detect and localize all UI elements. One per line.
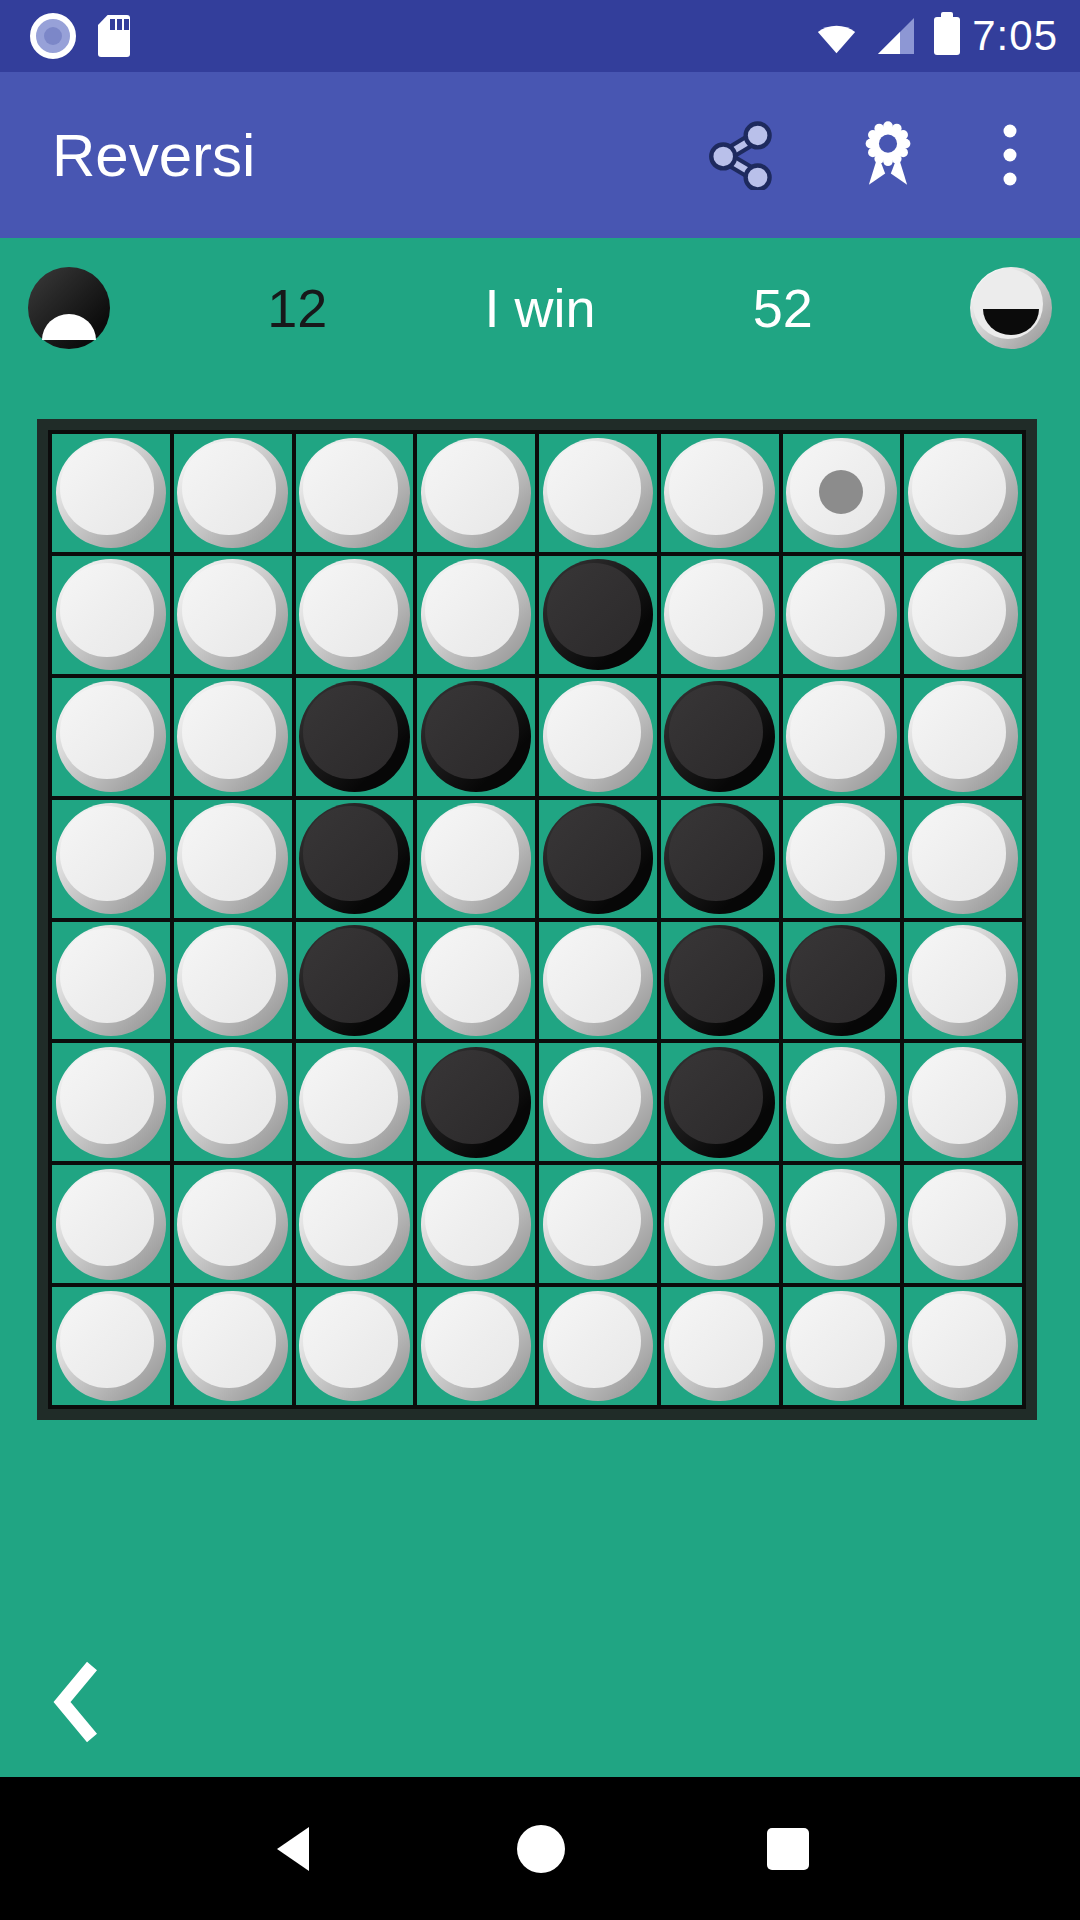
cell-r3c1[interactable] bbox=[52, 678, 170, 796]
white-disc bbox=[56, 559, 167, 670]
white-disc bbox=[908, 1169, 1019, 1280]
white-disc bbox=[664, 1291, 775, 1402]
white-disc bbox=[786, 1169, 897, 1280]
cell-r6c6[interactable] bbox=[661, 1043, 779, 1161]
overflow-menu-icon bbox=[1003, 124, 1017, 186]
cell-r8c7[interactable] bbox=[783, 1287, 901, 1405]
black-disc bbox=[664, 1047, 775, 1158]
cell-r8c5[interactable] bbox=[539, 1287, 657, 1405]
white-disc bbox=[421, 803, 532, 914]
black-disc bbox=[664, 803, 775, 914]
cell-r5c7[interactable] bbox=[783, 922, 901, 1040]
white-disc bbox=[786, 803, 897, 914]
white-disc bbox=[664, 438, 775, 549]
cell-r4c3[interactable] bbox=[296, 800, 414, 918]
cell-r4c4[interactable] bbox=[417, 800, 535, 918]
white-disc bbox=[56, 925, 167, 1036]
android-nav-bar bbox=[0, 1777, 1080, 1920]
white-disc bbox=[908, 681, 1019, 792]
cell-r6c7[interactable] bbox=[783, 1043, 901, 1161]
white-disc bbox=[177, 1169, 288, 1280]
black-player-avatar bbox=[28, 267, 110, 349]
cell-r7c5[interactable] bbox=[539, 1165, 657, 1283]
cell-r1c5[interactable] bbox=[539, 434, 657, 552]
black-disc bbox=[421, 681, 532, 792]
cell-r1c3[interactable] bbox=[296, 434, 414, 552]
white-disc bbox=[56, 438, 167, 549]
cell-r8c4[interactable] bbox=[417, 1287, 535, 1405]
wifi-icon bbox=[811, 16, 862, 56]
cell-r1c8[interactable] bbox=[904, 434, 1022, 552]
white-disc bbox=[177, 681, 288, 792]
cell-r8c6[interactable] bbox=[661, 1287, 779, 1405]
cell-r1c1[interactable] bbox=[52, 434, 170, 552]
chevron-left-icon bbox=[48, 1660, 104, 1744]
cell-r2c1[interactable] bbox=[52, 556, 170, 674]
black-score: 12 bbox=[267, 277, 327, 339]
nav-home-button[interactable] bbox=[517, 1825, 565, 1873]
white-disc bbox=[421, 925, 532, 1036]
white-disc bbox=[543, 1169, 654, 1280]
cell-r5c4[interactable] bbox=[417, 922, 535, 1040]
white-disc bbox=[543, 1047, 654, 1158]
white-disc bbox=[543, 1291, 654, 1402]
cell-r6c5[interactable] bbox=[539, 1043, 657, 1161]
white-disc bbox=[543, 681, 654, 792]
white-disc bbox=[177, 1291, 288, 1402]
white-disc bbox=[56, 803, 167, 914]
white-disc bbox=[786, 438, 897, 549]
cell-r8c2[interactable] bbox=[174, 1287, 292, 1405]
scoreboard: 12 I win 52 bbox=[0, 258, 1080, 358]
white-disc bbox=[664, 559, 775, 670]
white-disc bbox=[299, 559, 410, 670]
cell-r5c8[interactable] bbox=[904, 922, 1022, 1040]
battery-icon bbox=[934, 17, 960, 55]
cell-r4c5[interactable] bbox=[539, 800, 657, 918]
cell-r8c3[interactable] bbox=[296, 1287, 414, 1405]
white-player-avatar bbox=[970, 267, 1052, 349]
nav-recents-button[interactable] bbox=[767, 1828, 809, 1870]
cell-r1c4[interactable] bbox=[417, 434, 535, 552]
cell-r7c2[interactable] bbox=[174, 1165, 292, 1283]
undo-button[interactable] bbox=[48, 1660, 104, 1744]
white-disc bbox=[299, 1291, 410, 1402]
cell-r6c4[interactable] bbox=[417, 1043, 535, 1161]
overflow-menu-button[interactable] bbox=[986, 72, 1034, 238]
white-disc bbox=[299, 438, 410, 549]
achievements-button[interactable] bbox=[848, 72, 928, 238]
cell-r4c6[interactable] bbox=[661, 800, 779, 918]
cell-r3c7[interactable] bbox=[783, 678, 901, 796]
cell-r7c4[interactable] bbox=[417, 1165, 535, 1283]
status-bar: 7:05 bbox=[0, 0, 1080, 72]
cell-r2c7[interactable] bbox=[783, 556, 901, 674]
white-disc bbox=[908, 559, 1019, 670]
cell-r3c3[interactable] bbox=[296, 678, 414, 796]
share-button[interactable] bbox=[700, 72, 782, 238]
app-bar: Reversi bbox=[0, 72, 1080, 238]
cell-r3c5[interactable] bbox=[539, 678, 657, 796]
cell-r1c2[interactable] bbox=[174, 434, 292, 552]
cell-r7c8[interactable] bbox=[904, 1165, 1022, 1283]
cell-r6c3[interactable] bbox=[296, 1043, 414, 1161]
cell-r6c2[interactable] bbox=[174, 1043, 292, 1161]
cell-r3c6[interactable] bbox=[661, 678, 779, 796]
cell-r7c3[interactable] bbox=[296, 1165, 414, 1283]
cell-signal-icon bbox=[874, 14, 918, 58]
white-disc bbox=[299, 1047, 410, 1158]
black-disc bbox=[299, 803, 410, 914]
cell-r4c2[interactable] bbox=[174, 800, 292, 918]
black-disc bbox=[543, 559, 654, 670]
black-avatar-smile bbox=[42, 314, 96, 340]
white-disc bbox=[177, 925, 288, 1036]
sd-card-icon bbox=[98, 15, 130, 57]
white-disc bbox=[786, 1047, 897, 1158]
cell-r2c5[interactable] bbox=[539, 556, 657, 674]
white-disc bbox=[421, 1169, 532, 1280]
recording-dot-icon bbox=[30, 13, 76, 59]
clock-time: 7:05 bbox=[972, 12, 1058, 60]
black-disc bbox=[299, 925, 410, 1036]
reversi-board bbox=[37, 419, 1037, 1420]
cell-r8c8[interactable] bbox=[904, 1287, 1022, 1405]
white-disc bbox=[908, 925, 1019, 1036]
cell-r7c7[interactable] bbox=[783, 1165, 901, 1283]
cell-r5c1[interactable] bbox=[52, 922, 170, 1040]
white-disc bbox=[908, 438, 1019, 549]
white-disc bbox=[421, 438, 532, 549]
black-disc bbox=[664, 925, 775, 1036]
white-avatar-smile bbox=[983, 309, 1039, 335]
black-disc bbox=[299, 681, 410, 792]
white-disc bbox=[177, 803, 288, 914]
cell-r3c8[interactable] bbox=[904, 678, 1022, 796]
white-disc bbox=[543, 925, 654, 1036]
cell-r3c2[interactable] bbox=[174, 678, 292, 796]
white-disc bbox=[908, 803, 1019, 914]
white-disc bbox=[786, 681, 897, 792]
cell-r5c6[interactable] bbox=[661, 922, 779, 1040]
white-disc bbox=[56, 681, 167, 792]
white-disc bbox=[786, 1291, 897, 1402]
white-score: 52 bbox=[753, 277, 813, 339]
white-disc bbox=[908, 1291, 1019, 1402]
nav-back-button[interactable] bbox=[271, 1825, 315, 1873]
white-disc bbox=[56, 1291, 167, 1402]
cell-r2c3[interactable] bbox=[296, 556, 414, 674]
cell-r5c2[interactable] bbox=[174, 922, 292, 1040]
cell-r8c1[interactable] bbox=[52, 1287, 170, 1405]
white-disc bbox=[177, 1047, 288, 1158]
white-disc bbox=[786, 559, 897, 670]
black-disc bbox=[664, 681, 775, 792]
black-disc bbox=[786, 925, 897, 1036]
black-disc bbox=[421, 1047, 532, 1158]
white-disc bbox=[664, 1169, 775, 1280]
medal-icon bbox=[854, 116, 922, 194]
page-title: Reversi bbox=[52, 72, 255, 238]
cell-r6c1[interactable] bbox=[52, 1043, 170, 1161]
white-disc bbox=[908, 1047, 1019, 1158]
cell-r4c1[interactable] bbox=[52, 800, 170, 918]
cell-r7c1[interactable] bbox=[52, 1165, 170, 1283]
white-disc bbox=[299, 1169, 410, 1280]
cell-r4c8[interactable] bbox=[904, 800, 1022, 918]
status-bar-left bbox=[30, 0, 130, 72]
cell-r1c7[interactable] bbox=[783, 434, 901, 552]
share-icon bbox=[706, 120, 776, 190]
white-disc bbox=[56, 1047, 167, 1158]
status-bar-right: 7:05 bbox=[811, 0, 1058, 72]
white-disc bbox=[177, 438, 288, 549]
cell-r2c6[interactable] bbox=[661, 556, 779, 674]
white-disc bbox=[543, 438, 654, 549]
board-grid bbox=[48, 430, 1026, 1409]
result-text: I win bbox=[484, 277, 595, 339]
white-disc bbox=[421, 1291, 532, 1402]
cell-r2c8[interactable] bbox=[904, 556, 1022, 674]
black-disc bbox=[543, 803, 654, 914]
cell-r2c2[interactable] bbox=[174, 556, 292, 674]
white-disc bbox=[56, 1169, 167, 1280]
reversi-app-screen: 7:05 Reversi bbox=[0, 0, 1080, 1920]
white-disc bbox=[177, 559, 288, 670]
cell-r5c5[interactable] bbox=[539, 922, 657, 1040]
cell-r5c3[interactable] bbox=[296, 922, 414, 1040]
white-disc bbox=[421, 559, 532, 670]
last-move-marker bbox=[819, 470, 863, 514]
cell-r7c6[interactable] bbox=[661, 1165, 779, 1283]
cell-r4c7[interactable] bbox=[783, 800, 901, 918]
cell-r2c4[interactable] bbox=[417, 556, 535, 674]
cell-r6c8[interactable] bbox=[904, 1043, 1022, 1161]
cell-r1c6[interactable] bbox=[661, 434, 779, 552]
cell-r3c4[interactable] bbox=[417, 678, 535, 796]
